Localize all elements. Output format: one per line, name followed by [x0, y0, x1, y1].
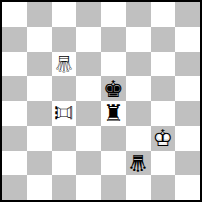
square-g1[interactable] — [151, 175, 176, 200]
square-c7[interactable] — [52, 27, 77, 52]
square-a8[interactable] — [2, 2, 27, 27]
white-king-g3: ♚♔ — [151, 126, 175, 150]
square-a5[interactable] — [2, 76, 27, 101]
square-d1[interactable] — [76, 175, 101, 200]
black-grasshopper-inverted-queen-f2: ♛ — [126, 151, 150, 175]
square-e8[interactable] — [101, 2, 126, 27]
square-d5[interactable] — [76, 76, 101, 101]
black-king-e5: ♚ — [101, 77, 125, 101]
square-h5[interactable] — [175, 76, 200, 101]
square-c5[interactable] — [52, 76, 77, 101]
chessboard: ♛♕♚♜♖♜♚♔♛ — [0, 0, 202, 202]
square-d8[interactable] — [76, 2, 101, 27]
square-a2[interactable] — [2, 151, 27, 176]
square-h6[interactable] — [175, 52, 200, 77]
square-h7[interactable] — [175, 27, 200, 52]
square-b5[interactable] — [27, 76, 52, 101]
white-piece-glyph: ♖ — [52, 101, 76, 125]
square-h8[interactable] — [175, 2, 200, 27]
square-f1[interactable] — [126, 175, 151, 200]
square-f5[interactable] — [126, 76, 151, 101]
square-e5[interactable]: ♚ — [101, 76, 126, 101]
square-e2[interactable] — [101, 151, 126, 176]
square-g3[interactable]: ♚♔ — [151, 126, 176, 151]
square-g4[interactable] — [151, 101, 176, 126]
square-b2[interactable] — [27, 151, 52, 176]
white-piece-glyph: ♕ — [52, 52, 76, 76]
square-h4[interactable] — [175, 101, 200, 126]
white-piece-glyph: ♔ — [151, 126, 175, 150]
square-g8[interactable] — [151, 2, 176, 27]
square-c8[interactable] — [52, 2, 77, 27]
black-rook-e4: ♜ — [101, 101, 125, 125]
square-b3[interactable] — [27, 126, 52, 151]
square-f2[interactable]: ♛ — [126, 151, 151, 176]
square-f8[interactable] — [126, 2, 151, 27]
square-h2[interactable] — [175, 151, 200, 176]
square-c2[interactable] — [52, 151, 77, 176]
square-c4[interactable]: ♜♖ — [52, 101, 77, 126]
square-c3[interactable] — [52, 126, 77, 151]
square-d3[interactable] — [76, 126, 101, 151]
square-f6[interactable] — [126, 52, 151, 77]
square-g5[interactable] — [151, 76, 176, 101]
square-c6[interactable]: ♛♕ — [52, 52, 77, 77]
square-f7[interactable] — [126, 27, 151, 52]
square-e4[interactable]: ♜ — [101, 101, 126, 126]
square-d7[interactable] — [76, 27, 101, 52]
square-b7[interactable] — [27, 27, 52, 52]
square-b1[interactable] — [27, 175, 52, 200]
square-f4[interactable] — [126, 101, 151, 126]
square-c1[interactable] — [52, 175, 77, 200]
square-e7[interactable] — [101, 27, 126, 52]
square-g7[interactable] — [151, 27, 176, 52]
square-g6[interactable] — [151, 52, 176, 77]
square-a4[interactable] — [2, 101, 27, 126]
black-piece-glyph: ♛ — [126, 151, 150, 175]
square-b8[interactable] — [27, 2, 52, 27]
white-rotated-rook-c4: ♜♖ — [52, 101, 76, 125]
square-h1[interactable] — [175, 175, 200, 200]
square-a7[interactable] — [2, 27, 27, 52]
black-piece-glyph: ♚ — [101, 77, 125, 101]
square-e3[interactable] — [101, 126, 126, 151]
square-f3[interactable] — [126, 126, 151, 151]
square-e6[interactable] — [101, 52, 126, 77]
square-a1[interactable] — [2, 175, 27, 200]
square-h3[interactable] — [175, 126, 200, 151]
square-e1[interactable] — [101, 175, 126, 200]
square-b6[interactable] — [27, 52, 52, 77]
square-g2[interactable] — [151, 151, 176, 176]
square-d4[interactable] — [76, 101, 101, 126]
square-b4[interactable] — [27, 101, 52, 126]
square-a3[interactable] — [2, 126, 27, 151]
square-d2[interactable] — [76, 151, 101, 176]
square-a6[interactable] — [2, 52, 27, 77]
black-piece-glyph: ♜ — [101, 101, 125, 125]
white-grasshopper-inverted-queen-c6: ♛♕ — [52, 52, 76, 76]
square-d6[interactable] — [76, 52, 101, 77]
